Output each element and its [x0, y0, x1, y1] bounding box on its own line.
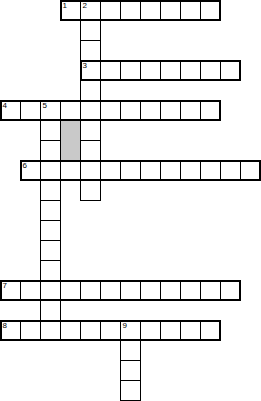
cell-9-5[interactable] — [180, 100, 201, 121]
cell-4-0[interactable] — [80, 0, 101, 21]
cell-8-3[interactable] — [160, 60, 181, 81]
cell-6-19[interactable] — [120, 380, 141, 401]
cell-2-9[interactable] — [40, 180, 61, 201]
cell-4-3[interactable] — [80, 60, 101, 81]
cell-2-12[interactable] — [40, 240, 61, 261]
cell-6-16[interactable] — [120, 320, 141, 341]
cell-4-6[interactable] — [80, 120, 101, 141]
cell-1-8[interactable] — [20, 160, 41, 181]
cell-12-8[interactable] — [240, 160, 261, 181]
blocked-cell-block — [60, 120, 81, 161]
cell-5-0[interactable] — [100, 0, 121, 21]
cell-11-14[interactable] — [220, 280, 241, 301]
cell-11-8[interactable] — [220, 160, 241, 181]
cell-9-16[interactable] — [180, 320, 201, 341]
cell-4-16[interactable] — [80, 320, 101, 341]
cell-2-13[interactable] — [40, 260, 61, 281]
cell-5-14[interactable] — [100, 280, 121, 301]
cell-6-17[interactable] — [120, 340, 141, 361]
cell-10-14[interactable] — [200, 280, 221, 301]
cell-2-10[interactable] — [40, 200, 61, 221]
cell-2-15[interactable] — [40, 300, 61, 321]
cell-11-3[interactable] — [220, 60, 241, 81]
cell-6-18[interactable] — [120, 360, 141, 381]
cell-2-8[interactable] — [40, 160, 61, 181]
cell-6-0[interactable] — [120, 0, 141, 21]
cell-4-9[interactable] — [80, 180, 101, 201]
cell-4-7[interactable] — [80, 140, 101, 161]
cell-10-8[interactable] — [200, 160, 221, 181]
cell-7-5[interactable] — [140, 100, 161, 121]
cell-1-5[interactable] — [20, 100, 41, 121]
cell-3-16[interactable] — [60, 320, 81, 341]
cell-0-14[interactable] — [0, 280, 21, 301]
cell-5-8[interactable] — [100, 160, 121, 181]
cell-6-5[interactable] — [120, 100, 141, 121]
cell-9-3[interactable] — [180, 60, 201, 81]
cell-8-0[interactable] — [160, 0, 181, 21]
cell-7-14[interactable] — [140, 280, 161, 301]
cell-8-5[interactable] — [160, 100, 181, 121]
cell-4-14[interactable] — [80, 280, 101, 301]
cell-6-3[interactable] — [120, 60, 141, 81]
cell-8-14[interactable] — [160, 280, 181, 301]
cell-7-16[interactable] — [140, 320, 161, 341]
cell-5-3[interactable] — [100, 60, 121, 81]
cell-3-14[interactable] — [60, 280, 81, 301]
cell-8-8[interactable] — [160, 160, 181, 181]
cell-2-16[interactable] — [40, 320, 61, 341]
cell-4-4[interactable] — [80, 80, 101, 101]
cell-1-16[interactable] — [20, 320, 41, 341]
cell-7-8[interactable] — [140, 160, 161, 181]
cell-5-16[interactable] — [100, 320, 121, 341]
cell-2-5[interactable] — [40, 100, 61, 121]
cell-4-5[interactable] — [80, 100, 101, 121]
cell-4-8[interactable] — [80, 160, 101, 181]
cell-6-14[interactable] — [120, 280, 141, 301]
cell-6-8[interactable] — [120, 160, 141, 181]
cell-2-6[interactable] — [40, 120, 61, 141]
cell-9-14[interactable] — [180, 280, 201, 301]
cell-10-3[interactable] — [200, 60, 221, 81]
cell-0-16[interactable] — [0, 320, 21, 341]
cell-9-0[interactable] — [180, 0, 201, 21]
cell-10-0[interactable] — [200, 0, 221, 21]
cell-1-14[interactable] — [20, 280, 41, 301]
cell-8-16[interactable] — [160, 320, 181, 341]
cell-7-3[interactable] — [140, 60, 161, 81]
cell-3-5[interactable] — [60, 100, 81, 121]
cell-9-8[interactable] — [180, 160, 201, 181]
cell-10-16[interactable] — [200, 320, 221, 341]
crossword-board: 123456789 — [0, 0, 261, 401]
cell-4-1[interactable] — [80, 20, 101, 41]
cell-3-8[interactable] — [60, 160, 81, 181]
cell-5-5[interactable] — [100, 100, 121, 121]
cell-4-2[interactable] — [80, 40, 101, 61]
cell-10-5[interactable] — [200, 100, 221, 121]
cell-7-0[interactable] — [140, 0, 161, 21]
cell-2-11[interactable] — [40, 220, 61, 241]
cell-2-14[interactable] — [40, 280, 61, 301]
cell-2-7[interactable] — [40, 140, 61, 161]
cell-3-0[interactable] — [60, 0, 81, 21]
cell-0-5[interactable] — [0, 100, 21, 121]
